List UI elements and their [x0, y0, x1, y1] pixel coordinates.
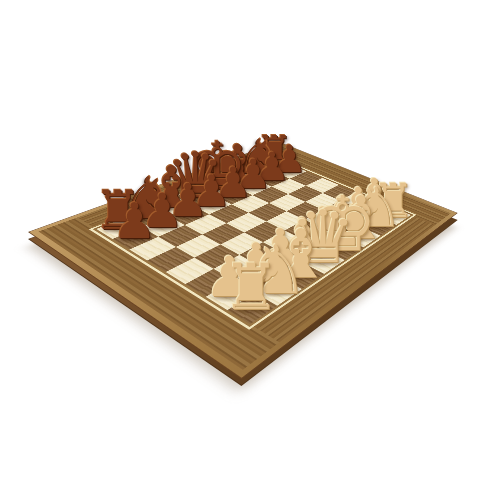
piece-white-rook-a1[interactable]: ♜	[223, 256, 280, 319]
pieces-layer: ♜♞♝♛♚♝♞♜♟♟♟♟♟♟♟♟♟♟♟♟♟♟♟♟♜♞♝♛♚♝♞♜	[0, 0, 480, 480]
piece-black-pawn-a7[interactable]: ♟	[112, 197, 156, 246]
product-photo-scene: ♜♞♝♛♚♝♞♜♟♟♟♟♟♟♟♟♟♟♟♟♟♟♟♟♜♞♝♛♚♝♞♜	[0, 0, 480, 480]
